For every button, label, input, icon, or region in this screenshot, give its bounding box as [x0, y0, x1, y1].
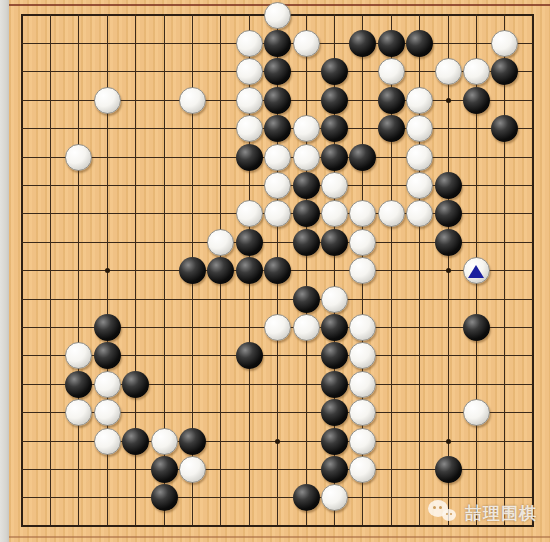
wechat-bubble-large: [428, 500, 448, 517]
white-stone: [94, 428, 121, 455]
star-point: [275, 439, 280, 444]
black-stone: [406, 30, 433, 57]
white-stone: [378, 200, 405, 227]
black-stone: [94, 314, 121, 341]
black-stone: [491, 115, 518, 142]
black-stone: [293, 172, 320, 199]
white-stone: [207, 229, 234, 256]
left-margin-strip: [0, 0, 9, 542]
triangle-marker: [468, 265, 484, 278]
white-stone: [94, 399, 121, 426]
white-stone: [65, 144, 92, 171]
black-stone: [264, 30, 291, 57]
white-stone: [236, 200, 263, 227]
black-stone: [293, 229, 320, 256]
black-stone: [435, 229, 462, 256]
black-stone: [264, 115, 291, 142]
white-stone: [65, 342, 92, 369]
white-stone: [349, 257, 376, 284]
wechat-icon: [428, 499, 460, 527]
black-stone: [321, 58, 348, 85]
black-stone: [236, 144, 263, 171]
white-stone: [321, 172, 348, 199]
white-stone: [349, 314, 376, 341]
black-stone: [378, 30, 405, 57]
black-stone: [264, 58, 291, 85]
black-stone: [293, 484, 320, 511]
black-stone: [236, 342, 263, 369]
white-stone: [406, 200, 433, 227]
white-stone: [264, 314, 291, 341]
black-stone: [179, 257, 206, 284]
white-stone: [293, 144, 320, 171]
go-diagram-screenshot: 喆理围棋: [0, 0, 550, 542]
black-stone: [236, 229, 263, 256]
star-point: [105, 268, 110, 273]
grid-line-horizontal: [21, 497, 534, 498]
black-stone: [65, 371, 92, 398]
star-point: [446, 439, 451, 444]
black-stone: [293, 286, 320, 313]
white-stone: [406, 144, 433, 171]
white-stone: [378, 58, 405, 85]
black-stone: [151, 484, 178, 511]
white-stone: [349, 342, 376, 369]
black-stone: [435, 172, 462, 199]
black-stone: [151, 456, 178, 483]
grid-line-horizontal: [21, 525, 534, 527]
white-stone: [236, 58, 263, 85]
white-stone: [236, 30, 263, 57]
black-stone: [293, 200, 320, 227]
black-stone: [463, 314, 490, 341]
black-stone: [179, 428, 206, 455]
white-stone: [406, 172, 433, 199]
white-stone-triangle-marked: [463, 257, 490, 284]
white-stone: [435, 58, 462, 85]
black-stone: [321, 371, 348, 398]
white-stone: [264, 200, 291, 227]
white-stone: [179, 87, 206, 114]
black-stone: [122, 371, 149, 398]
grid-line-horizontal: [21, 299, 534, 300]
black-stone: [491, 58, 518, 85]
black-stone: [349, 30, 376, 57]
star-point: [446, 98, 451, 103]
black-stone: [321, 87, 348, 114]
white-stone: [406, 87, 433, 114]
white-stone: [321, 484, 348, 511]
black-stone: [321, 342, 348, 369]
white-stone: [264, 172, 291, 199]
white-stone: [349, 456, 376, 483]
white-stone: [94, 87, 121, 114]
white-stone: [236, 87, 263, 114]
black-stone: [435, 200, 462, 227]
grid-line-vertical: [532, 14, 534, 527]
white-stone: [349, 371, 376, 398]
black-stone: [435, 456, 462, 483]
star-point: [446, 268, 451, 273]
white-stone: [491, 30, 518, 57]
black-stone: [207, 257, 234, 284]
black-stone: [378, 115, 405, 142]
white-stone: [179, 456, 206, 483]
white-stone: [349, 428, 376, 455]
black-stone: [236, 257, 263, 284]
board-bottom-edge-line: [0, 536, 550, 538]
white-stone: [463, 399, 490, 426]
white-stone: [293, 115, 320, 142]
watermark: 喆理围棋: [428, 499, 537, 527]
black-stone: [321, 115, 348, 142]
black-stone: [264, 257, 291, 284]
black-stone: [321, 144, 348, 171]
black-stone: [122, 428, 149, 455]
white-stone: [321, 286, 348, 313]
wechat-bubble-small: [442, 509, 456, 521]
white-stone: [94, 371, 121, 398]
black-stone: [321, 314, 348, 341]
black-stone: [463, 87, 490, 114]
white-stone: [463, 58, 490, 85]
white-stone: [321, 200, 348, 227]
black-stone: [349, 144, 376, 171]
white-stone: [406, 115, 433, 142]
white-stone: [65, 399, 92, 426]
white-stone: [349, 399, 376, 426]
white-stone: [264, 144, 291, 171]
grid-line-vertical: [504, 14, 505, 527]
white-stone: [349, 229, 376, 256]
white-stone: [264, 2, 291, 29]
white-stone: [236, 115, 263, 142]
black-stone: [321, 428, 348, 455]
white-stone: [293, 314, 320, 341]
black-stone: [321, 229, 348, 256]
black-stone: [321, 456, 348, 483]
black-stone: [94, 342, 121, 369]
black-stone: [378, 87, 405, 114]
white-stone: [349, 200, 376, 227]
white-stone: [151, 428, 178, 455]
grid-line-vertical: [306, 14, 307, 527]
white-stone: [293, 30, 320, 57]
black-stone: [321, 399, 348, 426]
black-stone: [264, 87, 291, 114]
